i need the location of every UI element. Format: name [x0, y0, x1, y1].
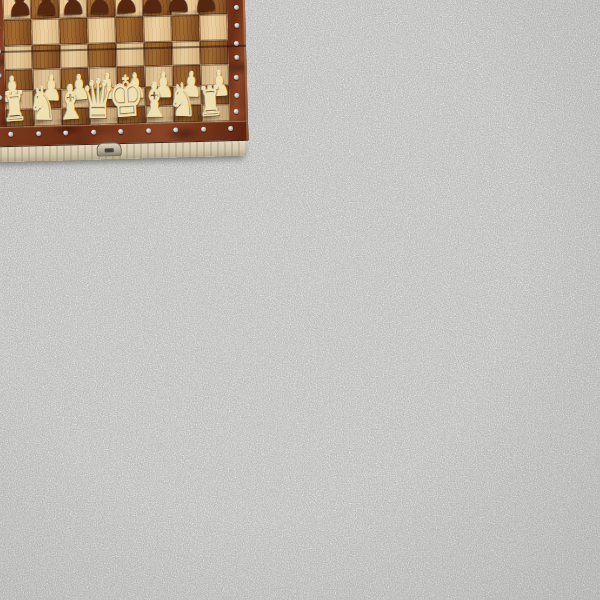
frame-stud	[201, 127, 206, 132]
black-pawn-h7[interactable]: ♟	[181, 0, 230, 13]
frame-stud	[146, 128, 151, 133]
scene: ♜♞♝♛♚♝♞♜♟♟♟♟♟♟♟♟♟♟♟♟♟♟♟♟	[0, 0, 600, 600]
square-a4[interactable]	[4, 45, 33, 70]
frame-stud	[91, 130, 96, 135]
frame-stud	[234, 41, 239, 46]
frame-stud	[234, 23, 239, 28]
pieces-layer: ♜♞♝♛♚♝♞♜♟♟♟♟♟♟♟♟♟♟♟♟♟♟♟♟	[0, 0, 257, 3]
frame-stud	[36, 131, 41, 136]
frame-stud	[234, 55, 239, 60]
square-g4[interactable]	[172, 41, 201, 66]
square-d4[interactable]	[88, 43, 117, 68]
clasp-slot	[105, 148, 114, 152]
square-h4[interactable]	[200, 40, 229, 65]
metal-clasp[interactable]	[96, 139, 122, 161]
square-c4[interactable]	[60, 44, 89, 69]
frame-stud	[8, 132, 13, 137]
chess-board[interactable]: ♜♞♝♛♚♝♞♜♟♟♟♟♟♟♟♟♟♟♟♟♟♟♟♟	[0, 0, 261, 178]
frame-stud	[63, 130, 68, 135]
white-rook-h1[interactable]: ♜	[186, 85, 235, 118]
frame-stud	[173, 127, 178, 132]
rook-glyph: ♜	[197, 81, 225, 123]
square-b4[interactable]	[32, 45, 61, 70]
pawn-glyph: ♟	[191, 0, 219, 18]
square-f4[interactable]	[144, 42, 173, 67]
